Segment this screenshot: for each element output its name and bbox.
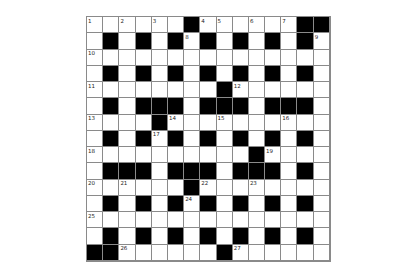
cell-r10c5[interactable] — [152, 163, 168, 179]
cell-r7c8[interactable] — [200, 115, 216, 131]
cell-r5c8[interactable] — [200, 82, 216, 98]
cell-r13c7[interactable] — [184, 212, 200, 228]
cell-r9c9[interactable] — [217, 147, 233, 163]
cell-r7c9[interactable]: 15 — [217, 115, 233, 131]
black-cell-r14c2 — [103, 228, 119, 244]
cell-r12c13[interactable] — [281, 196, 297, 212]
cell-r12c15[interactable] — [314, 196, 330, 212]
black-cell-r6c13 — [281, 98, 297, 114]
black-cell-r7c5 — [152, 115, 168, 131]
cell-r4c3[interactable] — [119, 66, 135, 82]
cell-r8c15[interactable] — [314, 131, 330, 147]
crossword-grid: 1234567891011121314151617181920212223242… — [86, 16, 331, 262]
cell-r2c9[interactable] — [217, 33, 233, 49]
clue-number-11: 11 — [88, 83, 95, 89]
black-cell-r6c2 — [103, 98, 119, 114]
cell-r13c4[interactable] — [136, 212, 152, 228]
black-cell-r10c6 — [168, 163, 184, 179]
page-background: 1234567891011121314151617181920212223242… — [0, 0, 420, 280]
cell-r1c4[interactable] — [136, 17, 152, 33]
cell-r7c6[interactable]: 14 — [168, 115, 184, 131]
cell-r5c6[interactable] — [168, 82, 184, 98]
cell-r9c10[interactable] — [233, 147, 249, 163]
clue-number-13: 13 — [88, 115, 95, 121]
cell-r1c12[interactable] — [265, 17, 281, 33]
cell-r3c14[interactable] — [297, 50, 313, 66]
cell-r5c3[interactable] — [119, 82, 135, 98]
black-cell-r10c7 — [184, 163, 200, 179]
black-cell-r11c7 — [184, 180, 200, 196]
cell-r13c2[interactable] — [103, 212, 119, 228]
cell-r4c11[interactable] — [249, 66, 265, 82]
black-cell-r2c10 — [233, 33, 249, 49]
cell-r12c7[interactable]: 24 — [184, 196, 200, 212]
cell-r8c5[interactable]: 17 — [152, 131, 168, 147]
black-cell-r10c10 — [233, 163, 249, 179]
cell-r5c1[interactable]: 11 — [87, 82, 103, 98]
cell-r3c1[interactable]: 10 — [87, 50, 103, 66]
cell-r8c7[interactable] — [184, 131, 200, 147]
black-cell-r14c4 — [136, 228, 152, 244]
cell-r7c14[interactable] — [297, 115, 313, 131]
clue-number-19: 19 — [266, 148, 273, 154]
black-cell-r8c8 — [200, 131, 216, 147]
cell-r14c11[interactable] — [249, 228, 265, 244]
cell-r5c12[interactable] — [265, 82, 281, 98]
cell-r11c13[interactable] — [281, 180, 297, 196]
clue-number-26: 26 — [120, 245, 127, 251]
cell-r9c2[interactable] — [103, 147, 119, 163]
black-cell-r12c14 — [297, 196, 313, 212]
cell-r1c13[interactable]: 7 — [281, 17, 297, 33]
clue-number-8: 8 — [185, 34, 189, 40]
cell-r7c13[interactable]: 16 — [281, 115, 297, 131]
black-cell-r15c2 — [103, 245, 119, 261]
clue-number-21: 21 — [120, 180, 127, 186]
cell-r14c9[interactable] — [217, 228, 233, 244]
cell-r7c7[interactable] — [184, 115, 200, 131]
cell-r2c15[interactable]: 9 — [314, 33, 330, 49]
cell-r7c1[interactable]: 13 — [87, 115, 103, 131]
cell-r3c4[interactable] — [136, 50, 152, 66]
black-cell-r12c6 — [168, 196, 184, 212]
cell-r8c3[interactable] — [119, 131, 135, 147]
cell-r7c11[interactable] — [249, 115, 265, 131]
cell-r3c5[interactable] — [152, 50, 168, 66]
cell-r14c7[interactable] — [184, 228, 200, 244]
cell-r3c10[interactable] — [233, 50, 249, 66]
cell-r10c13[interactable] — [281, 163, 297, 179]
cell-r3c9[interactable] — [217, 50, 233, 66]
cell-r15c6[interactable] — [168, 245, 184, 261]
black-cell-r2c6 — [168, 33, 184, 49]
cell-r5c10[interactable]: 12 — [233, 82, 249, 98]
black-cell-r2c2 — [103, 33, 119, 49]
black-cell-r2c14 — [297, 33, 313, 49]
clue-number-17: 17 — [153, 131, 160, 137]
cell-r15c13[interactable] — [281, 245, 297, 261]
cell-r5c14[interactable] — [297, 82, 313, 98]
cell-r2c7[interactable]: 8 — [184, 33, 200, 49]
cell-r4c9[interactable] — [217, 66, 233, 82]
cell-r11c11[interactable]: 23 — [249, 180, 265, 196]
cell-r15c12[interactable] — [265, 245, 281, 261]
cell-r12c5[interactable] — [152, 196, 168, 212]
cell-r5c5[interactable] — [152, 82, 168, 98]
cell-r13c15[interactable] — [314, 212, 330, 228]
clue-number-15: 15 — [218, 115, 225, 121]
cell-r3c13[interactable] — [281, 50, 297, 66]
cell-r14c15[interactable] — [314, 228, 330, 244]
black-cell-r8c10 — [233, 131, 249, 147]
clue-number-2: 2 — [120, 18, 124, 24]
cell-r3c11[interactable] — [249, 50, 265, 66]
black-cell-r6c5 — [152, 98, 168, 114]
cell-r3c8[interactable] — [200, 50, 216, 66]
black-cell-r10c8 — [200, 163, 216, 179]
cell-r11c6[interactable] — [168, 180, 184, 196]
cell-r7c2[interactable] — [103, 115, 119, 131]
black-cell-r10c3 — [119, 163, 135, 179]
black-cell-r6c6 — [168, 98, 184, 114]
cell-r15c7[interactable] — [184, 245, 200, 261]
black-cell-r12c12 — [265, 196, 281, 212]
cell-r9c1[interactable]: 18 — [87, 147, 103, 163]
cell-r9c6[interactable] — [168, 147, 184, 163]
cell-r9c3[interactable] — [119, 147, 135, 163]
cell-r7c10[interactable] — [233, 115, 249, 131]
black-cell-r14c14 — [297, 228, 313, 244]
cell-r10c15[interactable] — [314, 163, 330, 179]
cell-r4c7[interactable] — [184, 66, 200, 82]
cell-r13c5[interactable] — [152, 212, 168, 228]
cell-r1c5[interactable]: 3 — [152, 17, 168, 33]
cell-r1c10[interactable] — [233, 17, 249, 33]
black-cell-r12c8 — [200, 196, 216, 212]
black-cell-r10c12 — [265, 163, 281, 179]
black-cell-r2c4 — [136, 33, 152, 49]
clue-number-22: 22 — [201, 180, 208, 186]
clue-number-9: 9 — [315, 34, 319, 40]
cell-r6c7[interactable] — [184, 98, 200, 114]
cell-r4c13[interactable] — [281, 66, 297, 82]
clue-number-27: 27 — [234, 245, 241, 251]
cell-r6c15[interactable] — [314, 98, 330, 114]
cell-r12c11[interactable] — [249, 196, 265, 212]
clue-number-23: 23 — [250, 180, 257, 186]
cell-r2c11[interactable] — [249, 33, 265, 49]
black-cell-r2c8 — [200, 33, 216, 49]
cell-r12c1[interactable] — [87, 196, 103, 212]
cell-r1c3[interactable]: 2 — [119, 17, 135, 33]
clue-number-25: 25 — [88, 213, 95, 219]
cell-r1c11[interactable]: 6 — [249, 17, 265, 33]
cell-r13c10[interactable] — [233, 212, 249, 228]
cell-r10c9[interactable] — [217, 163, 233, 179]
black-cell-r1c7 — [184, 17, 200, 33]
black-cell-r6c4 — [136, 98, 152, 114]
cell-r12c9[interactable] — [217, 196, 233, 212]
cell-r9c15[interactable] — [314, 147, 330, 163]
clue-number-1: 1 — [88, 18, 92, 24]
clue-number-16: 16 — [282, 115, 289, 121]
cell-r1c6[interactable] — [168, 17, 184, 33]
cell-r15c11[interactable] — [249, 245, 265, 261]
black-cell-r4c10 — [233, 66, 249, 82]
cell-r8c13[interactable] — [281, 131, 297, 147]
cell-r15c4[interactable] — [136, 245, 152, 261]
cell-r15c3[interactable]: 26 — [119, 245, 135, 261]
black-cell-r15c1 — [87, 245, 103, 261]
cell-r11c14[interactable] — [297, 180, 313, 196]
cell-r2c5[interactable] — [152, 33, 168, 49]
black-cell-r10c11 — [249, 163, 265, 179]
black-cell-r12c2 — [103, 196, 119, 212]
black-cell-r14c6 — [168, 228, 184, 244]
cell-r9c13[interactable] — [281, 147, 297, 163]
cell-r8c9[interactable] — [217, 131, 233, 147]
black-cell-r10c4 — [136, 163, 152, 179]
cell-r1c8[interactable]: 4 — [200, 17, 216, 33]
cell-r4c1[interactable] — [87, 66, 103, 82]
black-cell-r4c8 — [200, 66, 216, 82]
cell-r5c7[interactable] — [184, 82, 200, 98]
cell-r7c12[interactable] — [265, 115, 281, 131]
black-cell-r8c14 — [297, 131, 313, 147]
black-cell-r14c12 — [265, 228, 281, 244]
black-cell-r6c14 — [297, 98, 313, 114]
cell-r13c13[interactable] — [281, 212, 297, 228]
cell-r6c3[interactable] — [119, 98, 135, 114]
cell-r2c13[interactable] — [281, 33, 297, 49]
clue-number-14: 14 — [169, 115, 176, 121]
cell-r1c2[interactable] — [103, 17, 119, 33]
black-cell-r4c4 — [136, 66, 152, 82]
black-cell-r15c9 — [217, 245, 233, 261]
cell-r11c8[interactable]: 22 — [200, 180, 216, 196]
cell-r11c1[interactable]: 20 — [87, 180, 103, 196]
black-cell-r6c8 — [200, 98, 216, 114]
black-cell-r14c10 — [233, 228, 249, 244]
cell-r8c1[interactable] — [87, 131, 103, 147]
cell-r5c11[interactable] — [249, 82, 265, 98]
clue-number-5: 5 — [218, 18, 222, 24]
cell-r7c4[interactable] — [136, 115, 152, 131]
cell-r4c5[interactable] — [152, 66, 168, 82]
cell-r6c1[interactable] — [87, 98, 103, 114]
black-cell-r2c12 — [265, 33, 281, 49]
cell-r2c3[interactable] — [119, 33, 135, 49]
clue-number-18: 18 — [88, 148, 95, 154]
cell-r15c14[interactable] — [297, 245, 313, 261]
cell-r9c7[interactable] — [184, 147, 200, 163]
black-cell-r12c10 — [233, 196, 249, 212]
cell-r11c5[interactable] — [152, 180, 168, 196]
clue-number-24: 24 — [185, 196, 192, 202]
cell-r9c4[interactable] — [136, 147, 152, 163]
cell-r13c1[interactable]: 25 — [87, 212, 103, 228]
black-cell-r10c2 — [103, 163, 119, 179]
cell-r3c3[interactable] — [119, 50, 135, 66]
cell-r14c1[interactable] — [87, 228, 103, 244]
cell-r3c12[interactable] — [265, 50, 281, 66]
cell-r3c6[interactable] — [168, 50, 184, 66]
cell-r5c4[interactable] — [136, 82, 152, 98]
cell-r7c15[interactable] — [314, 115, 330, 131]
cell-r14c5[interactable] — [152, 228, 168, 244]
cell-r3c7[interactable] — [184, 50, 200, 66]
cell-r11c4[interactable] — [136, 180, 152, 196]
cell-r13c12[interactable] — [265, 212, 281, 228]
cell-r7c3[interactable] — [119, 115, 135, 131]
cell-r13c6[interactable] — [168, 212, 184, 228]
cell-r1c9[interactable]: 5 — [217, 17, 233, 33]
black-cell-r4c6 — [168, 66, 184, 82]
cell-r15c15[interactable] — [314, 245, 330, 261]
cell-r10c1[interactable] — [87, 163, 103, 179]
cell-r15c10[interactable]: 27 — [233, 245, 249, 261]
black-cell-r1c14 — [297, 17, 313, 33]
cell-r3c2[interactable] — [103, 50, 119, 66]
cell-r6c11[interactable] — [249, 98, 265, 114]
cell-r2c1[interactable] — [87, 33, 103, 49]
cell-r13c14[interactable] — [297, 212, 313, 228]
clue-number-6: 6 — [250, 18, 254, 24]
cell-r13c11[interactable] — [249, 212, 265, 228]
black-cell-r9c11 — [249, 147, 265, 163]
cell-r11c15[interactable] — [314, 180, 330, 196]
clue-number-20: 20 — [88, 180, 95, 186]
black-cell-r5c9 — [217, 82, 233, 98]
cell-r11c2[interactable] — [103, 180, 119, 196]
cell-r9c8[interactable] — [200, 147, 216, 163]
clue-number-12: 12 — [234, 83, 241, 89]
clue-number-3: 3 — [153, 18, 157, 24]
cell-r11c10[interactable] — [233, 180, 249, 196]
black-cell-r8c12 — [265, 131, 281, 147]
black-cell-r8c2 — [103, 131, 119, 147]
black-cell-r14c8 — [200, 228, 216, 244]
cell-r11c9[interactable] — [217, 180, 233, 196]
clue-number-7: 7 — [282, 18, 286, 24]
cell-r14c3[interactable] — [119, 228, 135, 244]
cell-r3c15[interactable] — [314, 50, 330, 66]
cell-r12c3[interactable] — [119, 196, 135, 212]
cell-r14c13[interactable] — [281, 228, 297, 244]
black-cell-r8c4 — [136, 131, 152, 147]
black-cell-r12c4 — [136, 196, 152, 212]
cell-r9c14[interactable] — [297, 147, 313, 163]
cell-r13c8[interactable] — [200, 212, 216, 228]
cell-r11c12[interactable] — [265, 180, 281, 196]
cell-r15c5[interactable] — [152, 245, 168, 261]
black-cell-r6c9 — [217, 98, 233, 114]
cell-r4c15[interactable] — [314, 66, 330, 82]
clue-number-10: 10 — [88, 50, 95, 56]
cell-r5c13[interactable] — [281, 82, 297, 98]
cell-r1c1[interactable]: 1 — [87, 17, 103, 33]
black-cell-r6c12 — [265, 98, 281, 114]
cell-r13c3[interactable] — [119, 212, 135, 228]
cell-r11c3[interactable]: 21 — [119, 180, 135, 196]
cell-r9c5[interactable] — [152, 147, 168, 163]
black-cell-r1c15 — [314, 17, 330, 33]
cell-r5c15[interactable] — [314, 82, 330, 98]
black-cell-r10c14 — [297, 163, 313, 179]
cell-r9c12[interactable]: 19 — [265, 147, 281, 163]
black-cell-r4c14 — [297, 66, 313, 82]
black-cell-r4c12 — [265, 66, 281, 82]
cell-r15c8[interactable] — [200, 245, 216, 261]
cell-r5c2[interactable] — [103, 82, 119, 98]
cell-r13c9[interactable] — [217, 212, 233, 228]
black-cell-r6c10 — [233, 98, 249, 114]
cell-r8c11[interactable] — [249, 131, 265, 147]
clue-number-4: 4 — [201, 18, 205, 24]
black-cell-r8c6 — [168, 131, 184, 147]
black-cell-r4c2 — [103, 66, 119, 82]
